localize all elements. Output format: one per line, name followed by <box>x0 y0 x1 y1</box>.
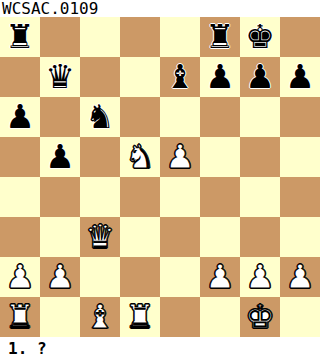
square-h6[interactable] <box>280 97 320 137</box>
square-c1[interactable]: ♝ <box>80 297 120 337</box>
square-b1[interactable] <box>40 297 80 337</box>
square-a8[interactable]: ♜ <box>0 17 40 57</box>
square-e1[interactable] <box>160 297 200 337</box>
square-b2[interactable]: ♟ <box>40 257 80 297</box>
chess-program-window: WCSAC.0109 ♜♜♚♛♝♟♟♟♟♞♟♞♟♛♟♟♟♟♟♜♝♜♚ 1. ? <box>0 0 320 360</box>
piece-white-pawn: ♟ <box>245 257 275 297</box>
square-g3[interactable] <box>240 217 280 257</box>
square-g6[interactable] <box>240 97 280 137</box>
square-d4[interactable] <box>120 177 160 217</box>
square-a2[interactable]: ♟ <box>0 257 40 297</box>
piece-white-pawn: ♟ <box>45 257 75 297</box>
square-c7[interactable] <box>80 57 120 97</box>
piece-black-queen: ♛ <box>45 57 75 97</box>
square-a3[interactable] <box>0 217 40 257</box>
square-f8[interactable]: ♜ <box>200 17 240 57</box>
square-f4[interactable] <box>200 177 240 217</box>
piece-black-rook: ♜ <box>205 17 235 57</box>
piece-black-king: ♚ <box>245 17 275 57</box>
square-f2[interactable]: ♟ <box>200 257 240 297</box>
square-f3[interactable] <box>200 217 240 257</box>
page-title: WCSAC.0109 <box>0 0 320 17</box>
square-d7[interactable] <box>120 57 160 97</box>
move-prompt: 1. ? <box>0 337 320 360</box>
square-b7[interactable]: ♛ <box>40 57 80 97</box>
square-b6[interactable] <box>40 97 80 137</box>
square-d8[interactable] <box>120 17 160 57</box>
piece-white-knight: ♞ <box>125 137 155 177</box>
square-c2[interactable] <box>80 257 120 297</box>
piece-white-rook: ♜ <box>125 297 155 337</box>
square-h8[interactable] <box>280 17 320 57</box>
square-a6[interactable]: ♟ <box>0 97 40 137</box>
square-c5[interactable] <box>80 137 120 177</box>
piece-black-pawn: ♟ <box>245 57 275 97</box>
square-e2[interactable] <box>160 257 200 297</box>
square-c3[interactable]: ♛ <box>80 217 120 257</box>
square-f6[interactable] <box>200 97 240 137</box>
square-h7[interactable]: ♟ <box>280 57 320 97</box>
square-g2[interactable]: ♟ <box>240 257 280 297</box>
chess-board: ♜♜♚♛♝♟♟♟♟♞♟♞♟♛♟♟♟♟♟♜♝♜♚ <box>0 17 320 337</box>
square-e7[interactable]: ♝ <box>160 57 200 97</box>
square-d2[interactable] <box>120 257 160 297</box>
piece-white-king: ♚ <box>245 297 275 337</box>
square-g7[interactable]: ♟ <box>240 57 280 97</box>
square-f7[interactable]: ♟ <box>200 57 240 97</box>
square-h1[interactable] <box>280 297 320 337</box>
square-g4[interactable] <box>240 177 280 217</box>
piece-white-pawn: ♟ <box>205 257 235 297</box>
piece-white-bishop: ♝ <box>85 297 115 337</box>
square-e5[interactable]: ♟ <box>160 137 200 177</box>
square-e4[interactable] <box>160 177 200 217</box>
square-g1[interactable]: ♚ <box>240 297 280 337</box>
piece-white-rook: ♜ <box>5 297 35 337</box>
square-d5[interactable]: ♞ <box>120 137 160 177</box>
square-a1[interactable]: ♜ <box>0 297 40 337</box>
square-b4[interactable] <box>40 177 80 217</box>
square-g8[interactable]: ♚ <box>240 17 280 57</box>
square-h4[interactable] <box>280 177 320 217</box>
square-h2[interactable]: ♟ <box>280 257 320 297</box>
piece-black-pawn: ♟ <box>5 97 35 137</box>
square-a7[interactable] <box>0 57 40 97</box>
square-a5[interactable] <box>0 137 40 177</box>
square-c4[interactable] <box>80 177 120 217</box>
square-e3[interactable] <box>160 217 200 257</box>
square-b5[interactable]: ♟ <box>40 137 80 177</box>
piece-black-knight: ♞ <box>85 97 115 137</box>
square-a4[interactable] <box>0 177 40 217</box>
square-h3[interactable] <box>280 217 320 257</box>
square-d1[interactable]: ♜ <box>120 297 160 337</box>
square-d6[interactable] <box>120 97 160 137</box>
piece-black-pawn: ♟ <box>205 57 235 97</box>
square-b8[interactable] <box>40 17 80 57</box>
piece-white-queen: ♛ <box>85 217 115 257</box>
piece-white-pawn: ♟ <box>165 137 195 177</box>
piece-black-rook: ♜ <box>5 17 35 57</box>
square-e8[interactable] <box>160 17 200 57</box>
square-h5[interactable] <box>280 137 320 177</box>
square-g5[interactable] <box>240 137 280 177</box>
piece-white-pawn: ♟ <box>5 257 35 297</box>
square-d3[interactable] <box>120 217 160 257</box>
piece-black-pawn: ♟ <box>285 57 315 97</box>
square-f1[interactable] <box>200 297 240 337</box>
piece-black-pawn: ♟ <box>45 137 75 177</box>
piece-black-bishop: ♝ <box>165 57 195 97</box>
square-e6[interactable] <box>160 97 200 137</box>
square-b3[interactable] <box>40 217 80 257</box>
square-f5[interactable] <box>200 137 240 177</box>
square-c8[interactable] <box>80 17 120 57</box>
piece-white-pawn: ♟ <box>285 257 315 297</box>
square-c6[interactable]: ♞ <box>80 97 120 137</box>
